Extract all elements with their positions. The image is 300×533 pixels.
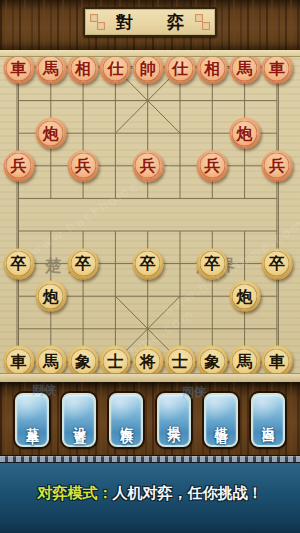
- piece-char: 兵: [140, 158, 156, 174]
- menu-button[interactable]: 菜单: [15, 393, 49, 447]
- piece-char: 車: [11, 353, 27, 369]
- piece-char: 馬: [43, 60, 59, 76]
- piece-char: 兵: [204, 158, 220, 174]
- menu-button-label: 菜单: [23, 416, 41, 424]
- settings-button-label: 设置: [70, 416, 88, 424]
- piece-black-soldier-5[interactable]: 卒: [261, 248, 292, 279]
- piece-char: 炮: [237, 288, 253, 304]
- piece-char: 卒: [269, 256, 285, 272]
- piece-black-cannon-left[interactable]: 炮: [35, 281, 66, 312]
- back-button[interactable]: 返回: [251, 393, 285, 447]
- piece-char: 士: [172, 353, 188, 369]
- piece-char: 卒: [75, 256, 91, 272]
- mode-label: 对弈模式：: [38, 484, 113, 502]
- piece-black-cannon-right[interactable]: 炮: [229, 281, 260, 312]
- piece-red-chariot-left[interactable]: 車: [3, 53, 34, 84]
- piece-char: 卒: [204, 256, 220, 272]
- back-button-label: 返回: [259, 416, 277, 424]
- page-title: 對 弈: [102, 14, 198, 31]
- piece-black-soldier-3[interactable]: 卒: [132, 248, 163, 279]
- hint-button-label: 提示: [165, 416, 183, 424]
- piece-char: 兵: [75, 158, 91, 174]
- piece-red-soldier-4[interactable]: 兵: [197, 150, 228, 181]
- game-record-button-label: 棋谱: [212, 416, 230, 424]
- piece-char: 炮: [43, 288, 59, 304]
- piece-char: 象: [204, 353, 220, 369]
- piece-black-soldier-4[interactable]: 卒: [197, 248, 228, 279]
- toolbar: 菜单 设置 悔棋 提示 棋谱 返回: [0, 393, 300, 447]
- hint-button[interactable]: 提示: [157, 393, 191, 447]
- piece-red-horse-left[interactable]: 馬: [35, 53, 66, 84]
- footer-panel: 对弈模式：人机对弈，任你挑战！: [0, 463, 300, 533]
- toolbar-wood-bar: 网侠 网侠 菜单 设置 悔棋 提示 棋谱 返回: [0, 382, 300, 455]
- chain-divider: [0, 455, 300, 463]
- xiangqi-app-screen: 對 弈 楚河 漢界 車馬相仕帥仕相馬車炮炮兵兵兵兵兵卒卒卒卒卒炮炮車馬象士将士象…: [0, 0, 300, 533]
- piece-char: 車: [269, 353, 285, 369]
- piece-red-advisor-right[interactable]: 仕: [165, 53, 196, 84]
- piece-red-advisor-left[interactable]: 仕: [100, 53, 131, 84]
- plaque-ornament-right-icon: [195, 14, 210, 30]
- board-edge-top: [0, 50, 300, 57]
- piece-black-soldier-1[interactable]: 卒: [3, 248, 34, 279]
- board-edge-bottom: [0, 373, 300, 382]
- piece-char: 仕: [107, 60, 123, 76]
- piece-char: 象: [75, 353, 91, 369]
- xiangqi-board[interactable]: 楚河 漢界 車馬相仕帥仕相馬車炮炮兵兵兵兵兵卒卒卒卒卒炮炮車馬象士将士象馬車 w…: [0, 50, 300, 382]
- title-plaque: 對 弈: [83, 7, 217, 37]
- undo-move-button[interactable]: 悔棋: [109, 393, 143, 447]
- piece-char: 相: [204, 60, 220, 76]
- piece-char: 炮: [237, 125, 253, 141]
- piece-red-general[interactable]: 帥: [132, 53, 163, 84]
- piece-red-soldier-2[interactable]: 兵: [68, 150, 99, 181]
- piece-red-horse-right[interactable]: 馬: [229, 53, 260, 84]
- piece-char: 士: [107, 353, 123, 369]
- undo-move-button-label: 悔棋: [117, 416, 135, 424]
- piece-char: 相: [75, 60, 91, 76]
- piece-char: 車: [11, 60, 27, 76]
- piece-char: 帥: [140, 60, 156, 76]
- piece-red-soldier-1[interactable]: 兵: [3, 150, 34, 181]
- piece-char: 仕: [172, 60, 188, 76]
- settings-button[interactable]: 设置: [62, 393, 96, 447]
- piece-char: 車: [269, 60, 285, 76]
- piece-char: 馬: [237, 60, 253, 76]
- plaque-ornament-left-icon: [90, 14, 105, 30]
- piece-black-soldier-2[interactable]: 卒: [68, 248, 99, 279]
- piece-char: 馬: [43, 353, 59, 369]
- piece-char: 兵: [11, 158, 27, 174]
- piece-red-chariot-right[interactable]: 車: [261, 53, 292, 84]
- mode-text: 人机对弈，任你挑战！: [113, 484, 263, 502]
- piece-char: 馬: [237, 353, 253, 369]
- mode-description: 对弈模式：人机对弈，任你挑战！: [0, 484, 300, 503]
- piece-red-soldier-5[interactable]: 兵: [261, 150, 292, 181]
- piece-char: 兵: [269, 158, 285, 174]
- piece-red-cannon-left[interactable]: 炮: [35, 118, 66, 149]
- board-grid-lines: [0, 50, 300, 382]
- piece-char: 炮: [43, 125, 59, 141]
- piece-red-soldier-3[interactable]: 兵: [132, 150, 163, 181]
- piece-red-cannon-right[interactable]: 炮: [229, 118, 260, 149]
- piece-char: 卒: [11, 256, 27, 272]
- piece-char: 卒: [140, 256, 156, 272]
- piece-red-elephant-left[interactable]: 相: [68, 53, 99, 84]
- header-wood-bar: 對 弈: [0, 0, 300, 50]
- piece-red-elephant-right[interactable]: 相: [197, 53, 228, 84]
- game-record-button[interactable]: 棋谱: [204, 393, 238, 447]
- piece-char: 将: [140, 353, 156, 369]
